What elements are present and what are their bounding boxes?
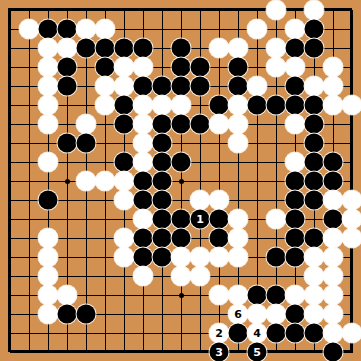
- white-stone: [324, 324, 343, 343]
- black-stone: [305, 20, 324, 39]
- white-stone: [286, 286, 305, 305]
- white-stone: [267, 210, 286, 229]
- black-stone: [248, 96, 267, 115]
- white-stone: [324, 191, 343, 210]
- white-stone: [305, 77, 324, 96]
- white-stone: [229, 248, 248, 267]
- black-stone: [210, 210, 229, 229]
- white-stone: [20, 20, 39, 39]
- black-stone: [305, 96, 324, 115]
- black-stone: [305, 115, 324, 134]
- white-stone: [39, 58, 58, 77]
- white-stone: 6: [229, 305, 248, 324]
- white-stone: [58, 286, 77, 305]
- black-stone: [191, 58, 210, 77]
- black-stone: [134, 172, 153, 191]
- black-stone: [77, 305, 96, 324]
- black-stone: [172, 229, 191, 248]
- black-stone: [286, 96, 305, 115]
- white-stone: [134, 58, 153, 77]
- white-stone: [305, 305, 324, 324]
- white-stone: [343, 191, 361, 210]
- white-stone: [343, 324, 361, 343]
- white-stone: [39, 77, 58, 96]
- white-stone: [96, 96, 115, 115]
- black-stone: [77, 39, 96, 58]
- white-stone: [286, 115, 305, 134]
- white-stone: [191, 191, 210, 210]
- black-stone: [305, 153, 324, 172]
- move-number-label: 2: [215, 328, 223, 339]
- white-stone: [210, 39, 229, 58]
- black-stone: [58, 305, 77, 324]
- white-stone: [172, 248, 191, 267]
- white-stone: [96, 172, 115, 191]
- white-stone: [134, 153, 153, 172]
- white-stone: [248, 77, 267, 96]
- white-stone: [286, 153, 305, 172]
- white-stone: [153, 96, 172, 115]
- black-stone: [115, 39, 134, 58]
- white-stone: [172, 267, 191, 286]
- white-stone: [96, 77, 115, 96]
- move-number-label: 6: [234, 309, 242, 320]
- black-stone: [229, 324, 248, 343]
- black-stone: [96, 58, 115, 77]
- black-stone: [134, 248, 153, 267]
- white-stone: [134, 115, 153, 134]
- black-stone: [286, 210, 305, 229]
- black-stone: 3: [210, 343, 229, 361]
- white-stone: [343, 229, 361, 248]
- white-stone: [96, 20, 115, 39]
- black-stone: [191, 115, 210, 134]
- black-stone: [58, 134, 77, 153]
- black-stone: [267, 286, 286, 305]
- white-stone: [286, 20, 305, 39]
- black-stone: [229, 77, 248, 96]
- white-stone: [229, 210, 248, 229]
- black-stone: [134, 77, 153, 96]
- black-stone: [153, 134, 172, 153]
- black-stone: [153, 77, 172, 96]
- white-stone: [134, 96, 153, 115]
- black-stone: [153, 191, 172, 210]
- white-stone: [286, 58, 305, 77]
- white-stone: [229, 115, 248, 134]
- black-stone: [286, 305, 305, 324]
- black-stone: [248, 286, 267, 305]
- white-stone: [267, 1, 286, 20]
- white-stone: 4: [248, 324, 267, 343]
- white-stone: [210, 115, 229, 134]
- white-stone: [115, 229, 134, 248]
- black-stone: [267, 96, 286, 115]
- black-stone: [172, 77, 191, 96]
- white-stone: [324, 58, 343, 77]
- black-stone: [267, 248, 286, 267]
- black-stone: [324, 153, 343, 172]
- black-stone: [305, 134, 324, 153]
- black-stone: [58, 77, 77, 96]
- white-stone: [134, 134, 153, 153]
- white-stone: [39, 115, 58, 134]
- white-stone: [229, 96, 248, 115]
- white-stone: [305, 286, 324, 305]
- hoshi-point: [179, 293, 184, 298]
- white-stone: [134, 210, 153, 229]
- black-stone: [172, 115, 191, 134]
- black-stone: [115, 115, 134, 134]
- black-stone: [324, 343, 343, 361]
- black-stone: [96, 39, 115, 58]
- black-stone: [267, 324, 286, 343]
- black-stone: [172, 39, 191, 58]
- white-stone: [39, 305, 58, 324]
- black-stone: [305, 39, 324, 58]
- black-stone: [286, 39, 305, 58]
- black-stone: [153, 153, 172, 172]
- white-stone: [324, 267, 343, 286]
- white-stone: [324, 286, 343, 305]
- white-stone: [39, 229, 58, 248]
- black-stone: [324, 210, 343, 229]
- black-stone: [305, 229, 324, 248]
- go-board[interactable]: 162435: [0, 0, 361, 361]
- white-stone: [191, 248, 210, 267]
- white-stone: [39, 267, 58, 286]
- black-stone: [286, 248, 305, 267]
- black-stone: [153, 172, 172, 191]
- white-stone: [172, 96, 191, 115]
- white-stone: [210, 248, 229, 267]
- black-stone: [134, 229, 153, 248]
- black-stone: [172, 58, 191, 77]
- black-stone: 5: [248, 343, 267, 361]
- move-number-label: 1: [196, 214, 204, 225]
- black-stone: [39, 20, 58, 39]
- black-stone: [286, 172, 305, 191]
- black-stone: [305, 191, 324, 210]
- white-stone: [39, 96, 58, 115]
- white-stone: [134, 267, 153, 286]
- black-stone: [324, 172, 343, 191]
- white-stone: [267, 39, 286, 58]
- white-stone: [77, 20, 96, 39]
- white-stone: [115, 77, 134, 96]
- white-stone: 2: [210, 324, 229, 343]
- black-stone: [191, 77, 210, 96]
- white-stone: [115, 58, 134, 77]
- move-number-label: 3: [215, 347, 223, 358]
- white-stone: [305, 267, 324, 286]
- black-stone: [153, 210, 172, 229]
- black-stone: [286, 77, 305, 96]
- black-stone: [58, 20, 77, 39]
- black-stone: [286, 324, 305, 343]
- white-stone: [324, 305, 343, 324]
- black-stone: [210, 96, 229, 115]
- black-stone: [153, 248, 172, 267]
- hoshi-point: [65, 179, 70, 184]
- white-stone: [210, 286, 229, 305]
- white-stone: [77, 172, 96, 191]
- white-stone: [39, 153, 58, 172]
- white-stone: [58, 39, 77, 58]
- white-stone: [229, 39, 248, 58]
- white-stone: [343, 96, 361, 115]
- black-stone: [305, 172, 324, 191]
- black-stone: 1: [191, 210, 210, 229]
- move-number-label: 5: [253, 347, 261, 358]
- white-stone: [77, 115, 96, 134]
- black-stone: [229, 58, 248, 77]
- white-stone: [324, 248, 343, 267]
- black-stone: [115, 153, 134, 172]
- black-stone: [134, 39, 153, 58]
- white-stone: [210, 191, 229, 210]
- black-stone: [286, 229, 305, 248]
- white-stone: [343, 210, 361, 229]
- white-stone: [39, 39, 58, 58]
- white-stone: [267, 305, 286, 324]
- white-stone: [305, 248, 324, 267]
- black-stone: [172, 153, 191, 172]
- white-stone: [191, 267, 210, 286]
- white-stone: [324, 77, 343, 96]
- white-stone: [267, 58, 286, 77]
- black-stone: [305, 324, 324, 343]
- black-stone: [172, 210, 191, 229]
- white-stone: [229, 229, 248, 248]
- black-stone: [153, 229, 172, 248]
- white-stone: [115, 191, 134, 210]
- black-stone: [115, 96, 134, 115]
- white-stone: [229, 286, 248, 305]
- black-stone: [153, 115, 172, 134]
- white-stone: [115, 248, 134, 267]
- black-stone: [77, 134, 96, 153]
- black-stone: [210, 229, 229, 248]
- white-stone: [248, 20, 267, 39]
- white-stone: [115, 172, 134, 191]
- move-number-label: 4: [253, 328, 261, 339]
- hoshi-point: [179, 179, 184, 184]
- black-stone: [286, 191, 305, 210]
- white-stone: [39, 248, 58, 267]
- black-stone: [39, 191, 58, 210]
- black-stone: [134, 191, 153, 210]
- white-stone: [324, 96, 343, 115]
- white-stone: [248, 305, 267, 324]
- white-stone: [229, 134, 248, 153]
- white-stone: [39, 286, 58, 305]
- black-stone: [58, 58, 77, 77]
- white-stone: [305, 1, 324, 20]
- white-stone: [324, 229, 343, 248]
